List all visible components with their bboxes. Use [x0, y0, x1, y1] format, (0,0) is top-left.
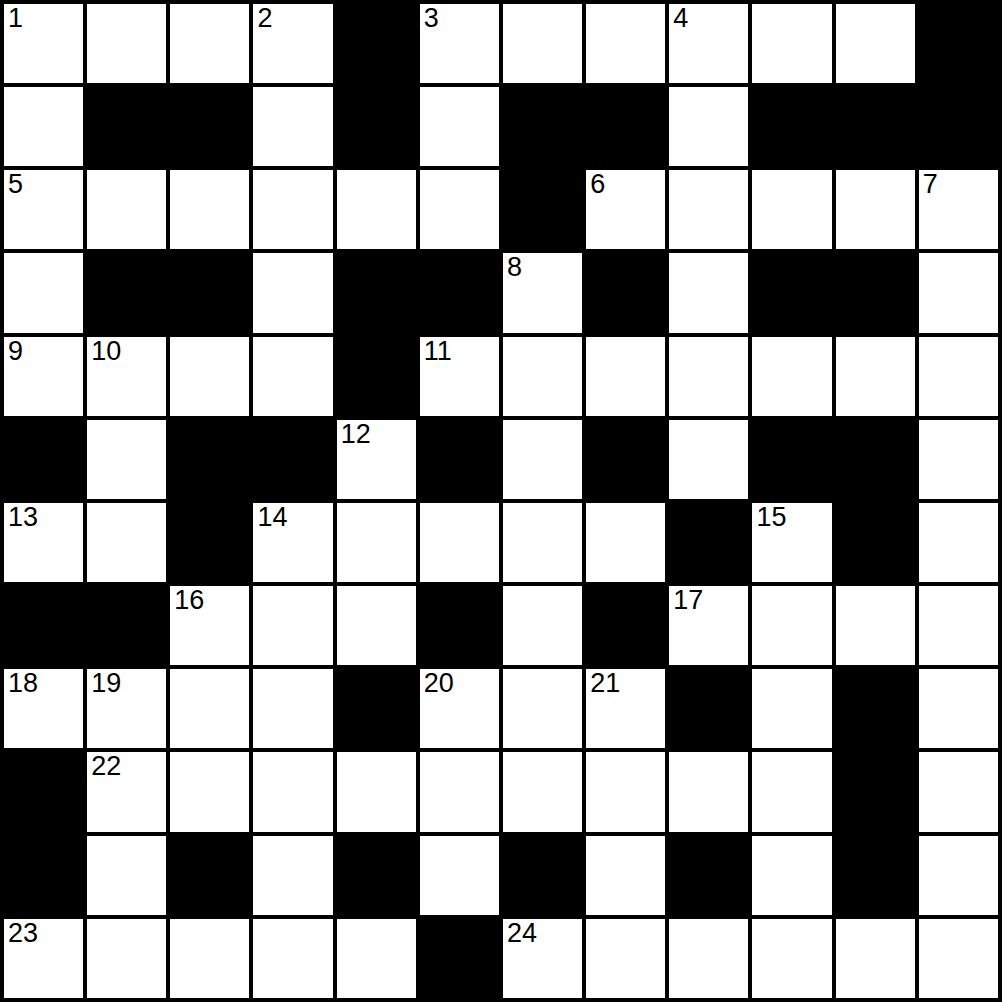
- white-cell[interactable]: [4, 253, 83, 332]
- white-cell[interactable]: [170, 4, 249, 83]
- white-cell[interactable]: [420, 836, 499, 915]
- white-cell[interactable]: [337, 919, 416, 998]
- white-cell[interactable]: [170, 337, 249, 416]
- clue-number: 14: [257, 503, 287, 532]
- white-cell[interactable]: [752, 752, 831, 831]
- white-cell[interactable]: [752, 337, 831, 416]
- white-cell[interactable]: 4: [669, 4, 748, 83]
- white-cell[interactable]: 11: [420, 337, 499, 416]
- white-cell[interactable]: [919, 836, 998, 915]
- white-cell[interactable]: [669, 337, 748, 416]
- clue-number: 21: [590, 669, 620, 698]
- clue-number: 13: [8, 503, 38, 532]
- white-cell[interactable]: 16: [170, 586, 249, 665]
- white-cell[interactable]: 19: [87, 669, 166, 748]
- black-cell: [752, 420, 831, 499]
- white-cell[interactable]: 24: [503, 919, 582, 998]
- black-cell: [4, 420, 83, 499]
- white-cell[interactable]: [586, 919, 665, 998]
- white-cell[interactable]: [503, 4, 582, 83]
- white-cell[interactable]: 9: [4, 337, 83, 416]
- clue-number: 8: [507, 253, 522, 282]
- clue-number: 24: [507, 919, 537, 948]
- white-cell[interactable]: [253, 253, 332, 332]
- white-cell[interactable]: 14: [253, 503, 332, 582]
- white-cell[interactable]: 6: [586, 170, 665, 249]
- clue-number: 18: [8, 669, 38, 698]
- black-cell: [836, 752, 915, 831]
- white-cell[interactable]: [87, 919, 166, 998]
- white-cell[interactable]: 13: [4, 503, 83, 582]
- white-cell[interactable]: [919, 503, 998, 582]
- black-cell: [919, 4, 998, 83]
- black-cell: [919, 87, 998, 166]
- white-cell[interactable]: [253, 752, 332, 831]
- white-cell[interactable]: [752, 586, 831, 665]
- black-cell: [87, 87, 166, 166]
- white-cell[interactable]: [836, 337, 915, 416]
- white-cell[interactable]: [669, 253, 748, 332]
- black-cell: [752, 87, 831, 166]
- white-cell[interactable]: 22: [87, 752, 166, 831]
- black-cell: [170, 836, 249, 915]
- clue-number: 12: [341, 420, 371, 449]
- white-cell[interactable]: 21: [586, 669, 665, 748]
- clue-number: 2: [257, 4, 272, 33]
- white-cell[interactable]: [586, 503, 665, 582]
- white-cell[interactable]: [503, 669, 582, 748]
- clue-number: 15: [756, 503, 786, 532]
- white-cell[interactable]: [337, 503, 416, 582]
- clue-number: 7: [923, 170, 938, 199]
- white-cell[interactable]: 2: [253, 4, 332, 83]
- black-cell: [669, 669, 748, 748]
- white-cell[interactable]: [170, 919, 249, 998]
- clue-number: 19: [91, 669, 121, 698]
- white-cell[interactable]: [253, 87, 332, 166]
- black-cell: [836, 420, 915, 499]
- black-cell: [669, 503, 748, 582]
- white-cell[interactable]: [170, 170, 249, 249]
- white-cell[interactable]: 8: [503, 253, 582, 332]
- black-cell: [503, 836, 582, 915]
- white-cell[interactable]: [253, 919, 332, 998]
- white-cell[interactable]: [170, 752, 249, 831]
- white-cell[interactable]: 7: [919, 170, 998, 249]
- black-cell: [170, 420, 249, 499]
- white-cell[interactable]: [669, 87, 748, 166]
- white-cell[interactable]: [669, 170, 748, 249]
- black-cell: [4, 752, 83, 831]
- black-cell: [836, 669, 915, 748]
- white-cell[interactable]: 15: [752, 503, 831, 582]
- black-cell: [503, 87, 582, 166]
- black-cell: [836, 836, 915, 915]
- white-cell[interactable]: [420, 170, 499, 249]
- white-cell[interactable]: [503, 752, 582, 831]
- black-cell: [337, 253, 416, 332]
- black-cell: [87, 253, 166, 332]
- white-cell[interactable]: [919, 420, 998, 499]
- clue-number: 10: [91, 337, 121, 366]
- white-cell[interactable]: 10: [87, 337, 166, 416]
- black-cell: [586, 420, 665, 499]
- black-cell: [87, 586, 166, 665]
- white-cell[interactable]: [919, 919, 998, 998]
- white-cell[interactable]: [253, 836, 332, 915]
- white-cell[interactable]: [919, 337, 998, 416]
- white-cell[interactable]: [586, 4, 665, 83]
- white-cell[interactable]: [752, 919, 831, 998]
- black-cell: [337, 836, 416, 915]
- white-cell[interactable]: [337, 752, 416, 831]
- clue-number: 16: [174, 586, 204, 615]
- white-cell[interactable]: [669, 919, 748, 998]
- white-cell[interactable]: 1: [4, 4, 83, 83]
- black-cell: [4, 836, 83, 915]
- white-cell[interactable]: [669, 420, 748, 499]
- black-cell: [836, 253, 915, 332]
- white-cell[interactable]: [87, 4, 166, 83]
- white-cell[interactable]: [87, 836, 166, 915]
- black-cell: [586, 253, 665, 332]
- clue-number: 20: [424, 669, 454, 698]
- white-cell[interactable]: [253, 170, 332, 249]
- clue-number: 5: [8, 170, 23, 199]
- white-cell[interactable]: [170, 669, 249, 748]
- black-cell: [337, 669, 416, 748]
- white-cell[interactable]: [669, 752, 748, 831]
- white-cell[interactable]: 20: [420, 669, 499, 748]
- black-cell: [420, 253, 499, 332]
- white-cell[interactable]: [253, 669, 332, 748]
- white-cell[interactable]: 23: [4, 919, 83, 998]
- black-cell: [836, 87, 915, 166]
- white-cell[interactable]: [836, 170, 915, 249]
- white-cell[interactable]: [586, 836, 665, 915]
- black-cell: [337, 87, 416, 166]
- black-cell: [420, 420, 499, 499]
- white-cell[interactable]: [503, 586, 582, 665]
- white-cell[interactable]: [420, 87, 499, 166]
- black-cell: [836, 503, 915, 582]
- white-cell[interactable]: [87, 420, 166, 499]
- white-cell[interactable]: [752, 4, 831, 83]
- white-cell[interactable]: [752, 669, 831, 748]
- clue-number: 23: [8, 919, 38, 948]
- black-cell: [752, 253, 831, 332]
- black-cell: [253, 420, 332, 499]
- white-cell[interactable]: [503, 337, 582, 416]
- black-cell: [586, 586, 665, 665]
- black-cell: [170, 253, 249, 332]
- white-cell[interactable]: [919, 752, 998, 831]
- black-cell: [669, 836, 748, 915]
- crossword-grid: 123456789101112131415161718192021222324: [0, 0, 1002, 1002]
- white-cell[interactable]: [586, 337, 665, 416]
- white-cell[interactable]: [337, 586, 416, 665]
- black-cell: [503, 170, 582, 249]
- white-cell[interactable]: [503, 503, 582, 582]
- white-cell[interactable]: [503, 420, 582, 499]
- black-cell: [170, 503, 249, 582]
- clue-number: 9: [8, 337, 23, 366]
- white-cell[interactable]: [87, 170, 166, 249]
- clue-number: 17: [673, 586, 703, 615]
- white-cell[interactable]: [752, 170, 831, 249]
- white-cell[interactable]: [4, 87, 83, 166]
- white-cell[interactable]: 3: [420, 4, 499, 83]
- white-cell[interactable]: [420, 752, 499, 831]
- white-cell[interactable]: [87, 503, 166, 582]
- clue-number: 11: [424, 337, 452, 366]
- white-cell[interactable]: [919, 253, 998, 332]
- white-cell[interactable]: [752, 836, 831, 915]
- black-cell: [337, 4, 416, 83]
- black-cell: [420, 586, 499, 665]
- clue-number: 4: [673, 4, 688, 33]
- white-cell[interactable]: [420, 503, 499, 582]
- white-cell[interactable]: [253, 337, 332, 416]
- black-cell: [4, 586, 83, 665]
- white-cell[interactable]: [253, 586, 332, 665]
- white-cell[interactable]: [586, 752, 665, 831]
- white-cell[interactable]: [836, 4, 915, 83]
- white-cell[interactable]: [919, 669, 998, 748]
- white-cell[interactable]: 18: [4, 669, 83, 748]
- clue-number: 22: [91, 752, 121, 781]
- white-cell[interactable]: [919, 586, 998, 665]
- clue-number: 6: [590, 170, 605, 199]
- white-cell[interactable]: 5: [4, 170, 83, 249]
- white-cell[interactable]: 12: [337, 420, 416, 499]
- black-cell: [337, 337, 416, 416]
- white-cell[interactable]: 17: [669, 586, 748, 665]
- white-cell[interactable]: [836, 919, 915, 998]
- black-cell: [170, 87, 249, 166]
- white-cell[interactable]: [337, 170, 416, 249]
- clue-number: 3: [424, 4, 439, 33]
- black-cell: [586, 87, 665, 166]
- white-cell[interactable]: [836, 586, 915, 665]
- black-cell: [420, 919, 499, 998]
- clue-number: 1: [8, 4, 23, 33]
